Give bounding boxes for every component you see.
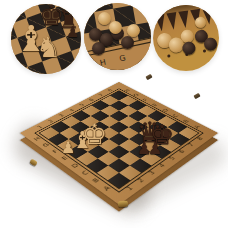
inset-backgammon-closeup bbox=[153, 5, 219, 71]
product-photo: HGFEDCBA HGFEDCBA 12345678 12345678 ♟ ♝ … bbox=[0, 0, 228, 228]
dark-stone bbox=[182, 41, 197, 56]
dark-checker bbox=[92, 42, 105, 55]
coordinate-label: G bbox=[119, 53, 127, 63]
backgammon-point bbox=[178, 10, 190, 28]
backgammon-point bbox=[166, 12, 178, 30]
backgammon-board bbox=[153, 5, 219, 71]
point-tip bbox=[203, 49, 206, 52]
black-pawn: ♟ bbox=[148, 141, 162, 157]
inset-checkers-closeup: H G bbox=[84, 3, 151, 70]
light-checker bbox=[127, 24, 140, 37]
light-knight-piece: ♞ bbox=[36, 34, 61, 62]
dark-pawn-piece: ♟ bbox=[66, 25, 79, 40]
dark-checker bbox=[121, 36, 134, 49]
light-stone bbox=[194, 16, 206, 28]
light-checker bbox=[109, 21, 122, 34]
white-king: ♚ bbox=[82, 121, 107, 149]
dark-stone bbox=[203, 37, 218, 52]
inset-chess-closeup: ♚ ♜ ♟ ♝ ♞ bbox=[11, 4, 81, 74]
point-tip bbox=[167, 54, 170, 57]
